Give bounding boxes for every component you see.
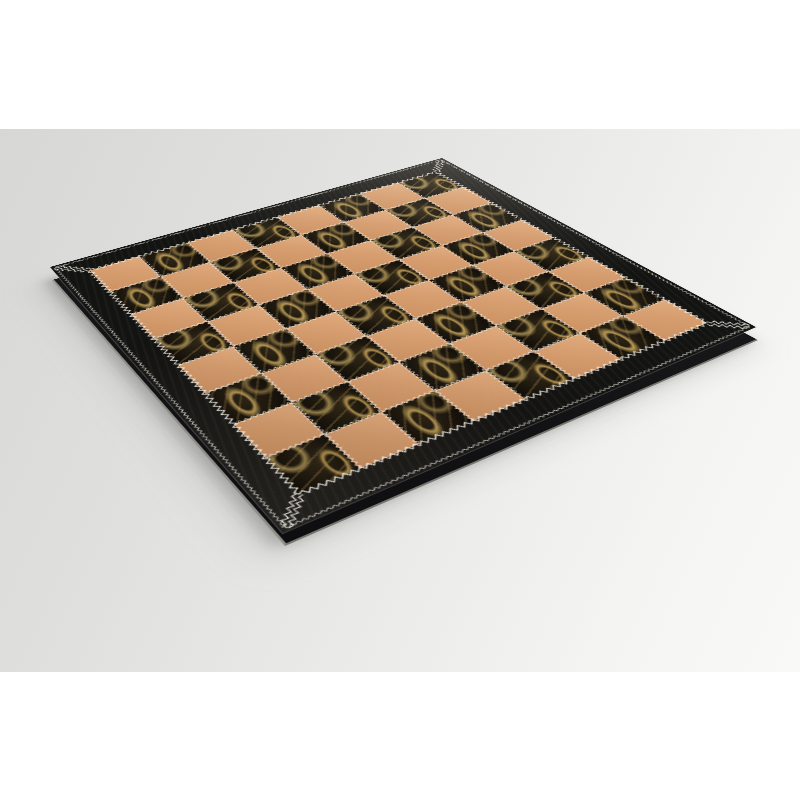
chessboard [50,158,756,533]
bottom-white-band [0,672,800,800]
photo-background [0,129,800,672]
playfield-grid [90,172,707,494]
top-white-band [0,0,800,129]
